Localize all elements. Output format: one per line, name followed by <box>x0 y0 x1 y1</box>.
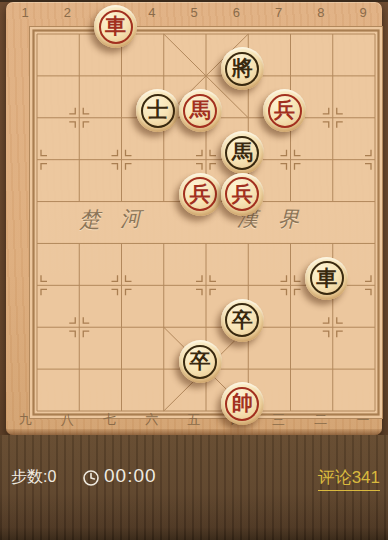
piece-ring: 車 <box>310 261 344 295</box>
comments-link[interactable]: 评论341 <box>318 466 380 491</box>
pieces-grid: 車將士馬兵馬兵兵車卒卒帥 <box>10 11 388 430</box>
app-screen: 123456789 九八七六五四三二一 楚河 漢界 車將士馬兵馬兵兵車卒卒帥 步… <box>0 0 388 540</box>
piece-character: 車 <box>105 15 126 36</box>
xiangqi-board: 123456789 九八七六五四三二一 楚河 漢界 車將士馬兵馬兵兵車卒卒帥 <box>6 2 382 435</box>
piece-red-horse[interactable]: 馬 <box>179 89 222 132</box>
piece-ring: 帥 <box>225 387 259 421</box>
piece-character: 兵 <box>232 183 253 204</box>
piece-ring: 車 <box>99 10 133 44</box>
clock-icon <box>82 469 100 487</box>
piece-red-pawn[interactable]: 兵 <box>263 89 306 132</box>
piece-red-pawn[interactable]: 兵 <box>221 173 264 216</box>
piece-character: 兵 <box>190 183 211 204</box>
piece-ring: 兵 <box>183 177 217 211</box>
piece-ring: 將 <box>225 52 259 86</box>
piece-ring: 馬 <box>183 94 217 128</box>
timer: 00:00 <box>104 465 157 487</box>
piece-black-pawn[interactable]: 卒 <box>179 340 222 383</box>
piece-red-pawn[interactable]: 兵 <box>179 173 222 216</box>
piece-ring: 卒 <box>183 345 217 379</box>
piece-black-general[interactable]: 將 <box>221 47 264 90</box>
piece-red-general[interactable]: 帥 <box>221 382 264 425</box>
piece-character: 馬 <box>190 99 211 120</box>
piece-character: 卒 <box>190 350 211 371</box>
piece-character: 卒 <box>232 309 253 330</box>
piece-red-chariot[interactable]: 車 <box>94 5 137 48</box>
piece-ring: 兵 <box>225 177 259 211</box>
piece-black-chariot[interactable]: 車 <box>305 257 348 300</box>
piece-character: 帥 <box>232 392 253 413</box>
piece-character: 馬 <box>232 141 253 162</box>
piece-ring: 士 <box>141 94 175 128</box>
piece-black-advisor[interactable]: 士 <box>136 89 179 132</box>
piece-black-horse[interactable]: 馬 <box>221 131 264 174</box>
piece-character: 將 <box>232 57 253 78</box>
piece-character: 車 <box>316 267 337 288</box>
move-count: 步数:0 <box>11 467 56 488</box>
piece-ring: 卒 <box>225 303 259 337</box>
piece-ring: 兵 <box>268 94 302 128</box>
piece-ring: 馬 <box>225 136 259 170</box>
piece-character: 士 <box>147 99 168 120</box>
piece-black-pawn[interactable]: 卒 <box>221 299 264 342</box>
top-edge <box>0 0 388 2</box>
piece-character: 兵 <box>274 99 295 120</box>
